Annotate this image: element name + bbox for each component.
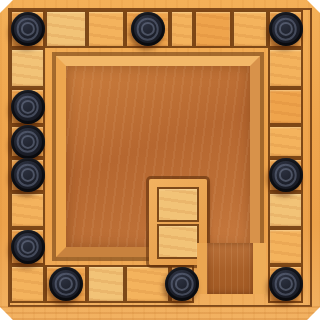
- track-cell-left-5[interactable]: [10, 158, 45, 192]
- track-cell-right-5[interactable]: [268, 158, 303, 192]
- black-counter[interactable]: [131, 12, 165, 46]
- track-cell-bottom-5-lane-entry[interactable]: [170, 265, 194, 303]
- track-cell-bottom-1-corner[interactable]: [10, 265, 45, 303]
- black-counter[interactable]: [269, 267, 303, 301]
- track-cell-top-3[interactable]: [87, 10, 125, 48]
- black-counter[interactable]: [11, 158, 45, 192]
- track-cell-right-7[interactable]: [268, 228, 303, 265]
- track-cell-left-7[interactable]: [10, 228, 45, 265]
- track-cell-top-6[interactable]: [194, 10, 232, 48]
- track-cell-right-2[interactable]: [268, 48, 303, 88]
- black-counter[interactable]: [11, 230, 45, 264]
- track-cell-top-2[interactable]: [45, 10, 87, 48]
- lane-cell-lane-lower[interactable]: [157, 224, 199, 259]
- track-cell-bottom-8-corner[interactable]: [268, 265, 303, 303]
- track-cell-left-6[interactable]: [10, 192, 45, 228]
- track-cell-bottom-3[interactable]: [87, 265, 125, 303]
- black-counter[interactable]: [269, 158, 303, 192]
- black-counter[interactable]: [269, 12, 303, 46]
- track-cell-left-3[interactable]: [10, 88, 45, 125]
- track-cell-left-4[interactable]: [10, 125, 45, 158]
- black-counter[interactable]: [11, 90, 45, 124]
- black-counter[interactable]: [165, 267, 199, 301]
- track-cell-right-3[interactable]: [268, 88, 303, 125]
- black-counter[interactable]: [49, 267, 83, 301]
- track-cell-left-2[interactable]: [10, 48, 45, 88]
- photo-background: [0, 0, 320, 320]
- black-counter[interactable]: [11, 125, 45, 159]
- track-cell-top-7[interactable]: [232, 10, 268, 48]
- track-cell-top-8-corner[interactable]: [268, 10, 303, 48]
- lane-cell-lane-upper[interactable]: [157, 187, 199, 222]
- exit-ramp: [197, 243, 266, 294]
- game-board: [0, 0, 320, 320]
- black-counter[interactable]: [11, 12, 45, 46]
- track-cell-bottom-2[interactable]: [45, 265, 87, 303]
- track-cell-bottom-4[interactable]: [125, 265, 170, 303]
- track-cell-top-4[interactable]: [125, 10, 170, 48]
- track-cell-right-6[interactable]: [268, 192, 303, 228]
- track-cell-top-1-corner[interactable]: [10, 10, 45, 48]
- track-cell-right-4[interactable]: [268, 125, 303, 158]
- track-cell-top-5[interactable]: [170, 10, 194, 48]
